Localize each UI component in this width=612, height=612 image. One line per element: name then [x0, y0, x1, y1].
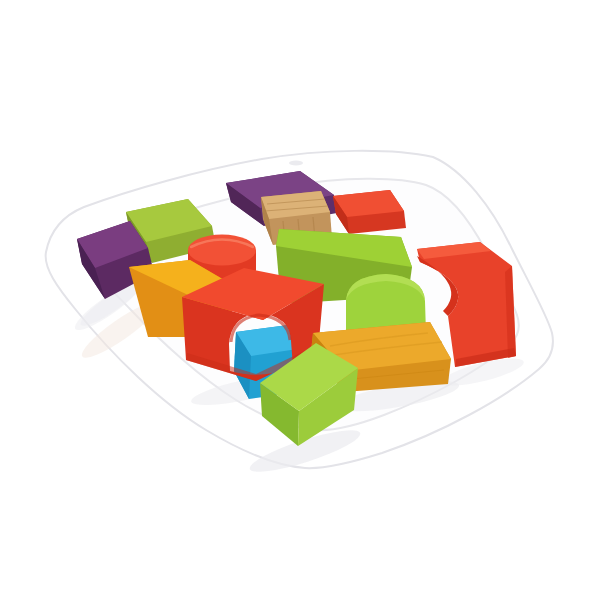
tray-rim-notch [289, 161, 303, 166]
blocks-tray-photo [0, 0, 612, 612]
product-photo-canvas [0, 0, 612, 612]
